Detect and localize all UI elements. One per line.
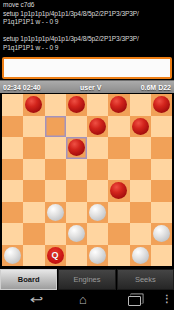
red-man-piece[interactable] (110, 182, 127, 199)
red-queen-piece[interactable]: Q (47, 247, 64, 264)
white-man-piece[interactable] (47, 204, 64, 221)
board-square-e5[interactable] (87, 159, 108, 181)
board-square-d6[interactable] (66, 137, 87, 159)
board-square-d7[interactable] (66, 116, 87, 138)
tab-bar: Board Engines Seeks (0, 268, 174, 290)
board-square-f8[interactable] (108, 94, 129, 116)
board-square-f6[interactable] (108, 137, 129, 159)
console-line: move c7d6 (3, 1, 173, 10)
board-square-c2[interactable] (45, 223, 66, 245)
recent-apps-icon[interactable] (128, 296, 141, 306)
white-man-piece[interactable] (153, 225, 170, 242)
status-bar: 02:34 02:40 user V 0.6M D22 (0, 80, 174, 93)
red-man-piece[interactable] (89, 118, 106, 135)
board-square-h3[interactable] (151, 202, 172, 224)
board-square-c4[interactable] (45, 180, 66, 202)
board-square-f2[interactable] (108, 223, 129, 245)
queen-label: Q (52, 251, 59, 260)
board-square-f4[interactable] (108, 180, 129, 202)
board-square-d2[interactable] (66, 223, 87, 245)
board-square-f7[interactable] (108, 116, 129, 138)
board-square-h8[interactable] (151, 94, 172, 116)
board-square-f1[interactable] (108, 245, 129, 267)
white-man-piece[interactable] (89, 247, 106, 264)
board-square-h6[interactable] (151, 137, 172, 159)
app-screen: move c7d6setup 1p1p1p1p/4p1p1/3p4/8/5p2/… (0, 0, 174, 310)
board-square-f3[interactable] (108, 202, 129, 224)
user-label: user V (80, 84, 101, 91)
board-square-g5[interactable] (130, 159, 151, 181)
board-square-c1[interactable]: Q (45, 245, 66, 267)
game-clocks: 02:34 02:40 (3, 84, 41, 91)
red-man-piece[interactable] (68, 96, 85, 113)
board-square-a3[interactable] (2, 202, 23, 224)
board-square-b7[interactable] (23, 116, 44, 138)
board-square-g7[interactable] (130, 116, 151, 138)
board-square-g1[interactable] (130, 245, 151, 267)
board-square-h2[interactable] (151, 223, 172, 245)
board-square-h1[interactable] (151, 245, 172, 267)
home-icon[interactable]: ⌂ (79, 292, 87, 307)
board-square-h7[interactable] (151, 116, 172, 138)
board-square-b8[interactable] (23, 94, 44, 116)
board-square-a1[interactable] (2, 245, 23, 267)
red-man-piece[interactable] (153, 96, 170, 113)
board-square-d1[interactable] (66, 245, 87, 267)
board-square-b2[interactable] (23, 223, 44, 245)
engine-console: move c7d6setup 1p1p1p1p/4p1p1/3p4/8/5p2/… (3, 1, 173, 53)
board-square-d4[interactable] (66, 180, 87, 202)
board-square-g4[interactable] (130, 180, 151, 202)
board-square-a4[interactable] (2, 180, 23, 202)
board-square-b3[interactable] (23, 202, 44, 224)
board-square-c3[interactable] (45, 202, 66, 224)
tab-engines[interactable]: Engines (58, 269, 115, 290)
board-square-c5[interactable] (45, 159, 66, 181)
board-square-b1[interactable] (23, 245, 44, 267)
board-square-b5[interactable] (23, 159, 44, 181)
tab-board[interactable]: Board (0, 269, 57, 290)
white-man-piece[interactable] (68, 225, 85, 242)
console-line: setup 1p1p1p1p/4p1p1/3p4/8/5p2/2P1P3/3P3… (3, 10, 173, 19)
board-square-a7[interactable] (2, 116, 23, 138)
console-line: setup 1p1p1p1p/4p1p1/3p4/8/5p2/2P1P3/3P3… (3, 35, 173, 44)
board-square-g3[interactable] (130, 202, 151, 224)
red-man-piece[interactable] (68, 139, 85, 156)
board-square-e3[interactable] (87, 202, 108, 224)
board-square-a2[interactable] (2, 223, 23, 245)
red-man-piece[interactable] (25, 96, 42, 113)
board-square-g8[interactable] (130, 94, 151, 116)
board-square-e7[interactable] (87, 116, 108, 138)
board-square-a5[interactable] (2, 159, 23, 181)
board-square-h4[interactable] (151, 180, 172, 202)
board-square-a6[interactable] (2, 137, 23, 159)
red-man-piece[interactable] (110, 96, 127, 113)
board-square-d8[interactable] (66, 94, 87, 116)
board-square-c8[interactable] (45, 94, 66, 116)
tab-seeks[interactable]: Seeks (117, 269, 174, 290)
menu-overflow-icon[interactable]: ⋮ (162, 293, 172, 304)
board-square-c7[interactable] (45, 116, 66, 138)
white-man-piece[interactable] (4, 247, 21, 264)
checkers-board[interactable]: Q (2, 94, 172, 266)
console-line (3, 27, 173, 36)
board-square-d3[interactable] (66, 202, 87, 224)
message-input[interactable] (2, 57, 172, 79)
console-line: P1q1P1P1 w - - 0 9 (3, 18, 173, 27)
board-square-e8[interactable] (87, 94, 108, 116)
board-square-f5[interactable] (108, 159, 129, 181)
engine-info: 0.6M D22 (141, 84, 171, 91)
board-square-b6[interactable] (23, 137, 44, 159)
red-man-piece[interactable] (132, 118, 149, 135)
board-square-e2[interactable] (87, 223, 108, 245)
white-man-piece[interactable] (132, 247, 149, 264)
board-square-g2[interactable] (130, 223, 151, 245)
board-square-c6[interactable] (45, 137, 66, 159)
white-man-piece[interactable] (89, 204, 106, 221)
back-icon[interactable]: ↩ (30, 292, 44, 307)
board-square-g6[interactable] (130, 137, 151, 159)
board-square-b4[interactable] (23, 180, 44, 202)
board-square-a8[interactable] (2, 94, 23, 116)
console-line: P1q1P1P1 w - - 0 9 (3, 44, 173, 53)
board-square-d5[interactable] (66, 159, 87, 181)
board-square-e4[interactable] (87, 180, 108, 202)
android-nav-bar: ↩ ⌂ ⋮ (0, 290, 174, 310)
board-square-h5[interactable] (151, 159, 172, 181)
board-square-e6[interactable] (87, 137, 108, 159)
board-square-e1[interactable] (87, 245, 108, 267)
